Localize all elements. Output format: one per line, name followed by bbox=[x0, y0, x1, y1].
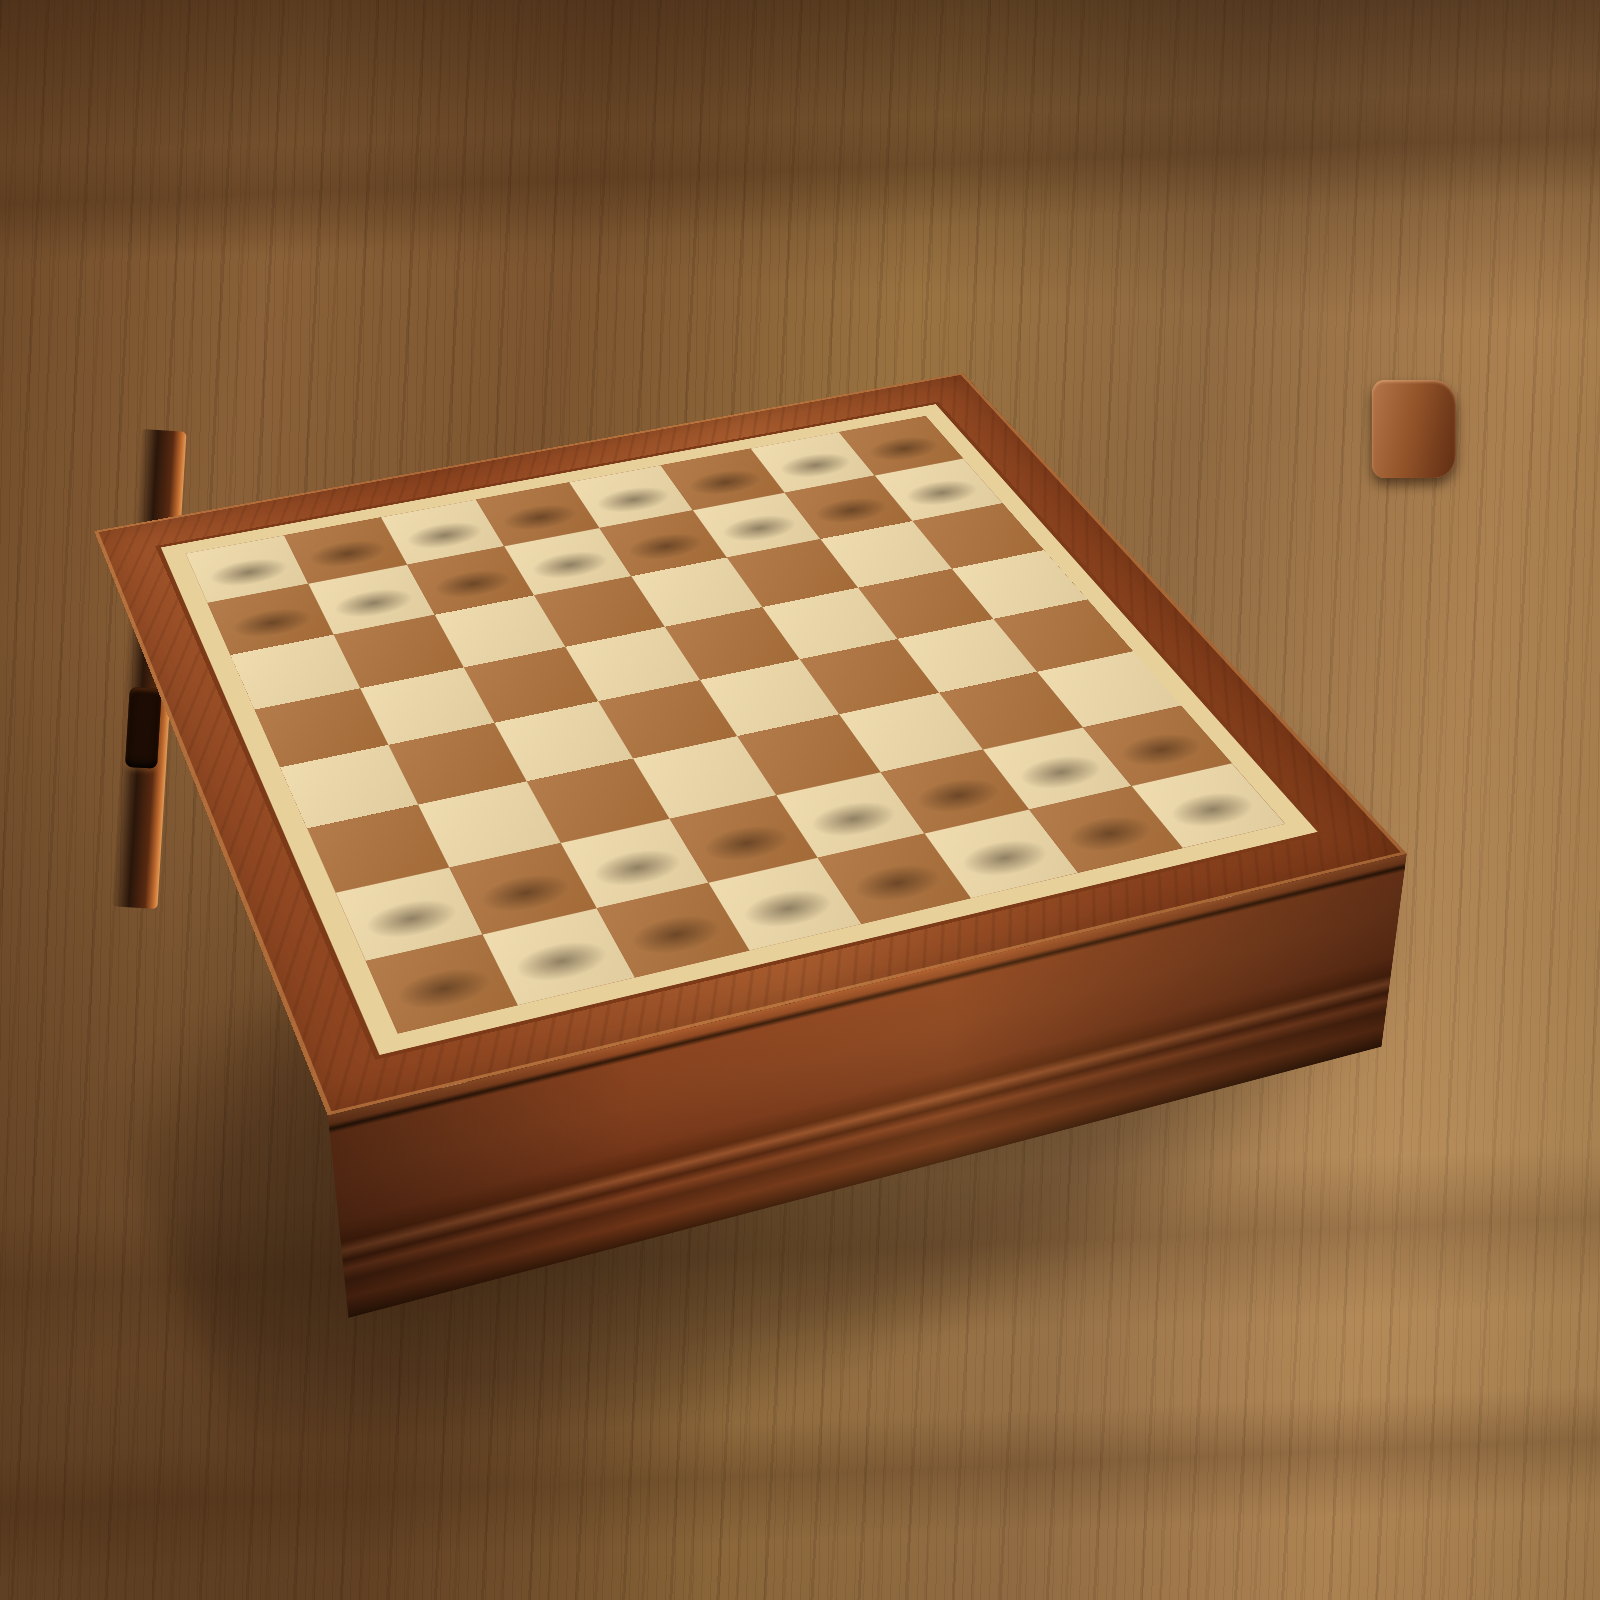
piece-shadow bbox=[391, 962, 498, 1017]
square-e2[interactable]: ♟ bbox=[776, 772, 924, 858]
piece-base bbox=[607, 987, 661, 1011]
piece-shadow bbox=[623, 909, 728, 961]
piece-shadow bbox=[474, 868, 577, 919]
piece-shadow bbox=[359, 893, 462, 945]
piece-shadow bbox=[329, 584, 418, 623]
piece-shadow bbox=[1111, 728, 1210, 772]
piece-shadow bbox=[808, 493, 895, 528]
piece-shadow bbox=[735, 883, 840, 934]
piece-shadow bbox=[696, 819, 798, 867]
piece-shadow bbox=[803, 796, 904, 843]
piece-shadow bbox=[508, 935, 614, 989]
piece-shadow bbox=[586, 843, 688, 892]
piece-shadow bbox=[428, 565, 517, 603]
piece-shadow bbox=[227, 603, 317, 642]
piece-shadow bbox=[526, 547, 614, 584]
square-f5[interactable] bbox=[762, 588, 897, 660]
piece-base bbox=[1131, 863, 1183, 886]
piece-base bbox=[1031, 886, 1083, 909]
piece-base bbox=[381, 1040, 437, 1064]
piece-base bbox=[823, 935, 876, 958]
piece-shadow bbox=[621, 528, 709, 564]
piece-base bbox=[928, 911, 981, 934]
uk-flag-icon bbox=[427, 1006, 454, 1024]
piece-shadow bbox=[898, 476, 985, 510]
chess-chest: ♜♞♝♛♚♝♞♜♟♟♟♟♟♟♟♟♟♟♟♟♟♟♟♟♜♞♝♛♚♝♞♜ bbox=[94, 373, 1407, 1116]
wood-table-background: { "game": { "name": "Chess", "set_theme"… bbox=[0, 0, 1600, 1600]
piece-shadow bbox=[715, 511, 802, 547]
piece-base bbox=[495, 1013, 550, 1037]
square-a5[interactable] bbox=[255, 688, 389, 767]
piece-shadow bbox=[908, 773, 1009, 819]
piece-shadow bbox=[205, 554, 292, 591]
piece-shadow bbox=[304, 536, 391, 573]
piece-shadow bbox=[401, 518, 487, 554]
piece-shadow bbox=[497, 500, 583, 535]
piece-shadow bbox=[1011, 750, 1111, 795]
scene: ♜♞♝♛♚♝♞♜♟♟♟♟♟♟♟♟♟♟♟♟♟♟♟♟♜♞♝♛♚♝♞♜ bbox=[0, 0, 1600, 1600]
piece-base bbox=[716, 961, 770, 985]
